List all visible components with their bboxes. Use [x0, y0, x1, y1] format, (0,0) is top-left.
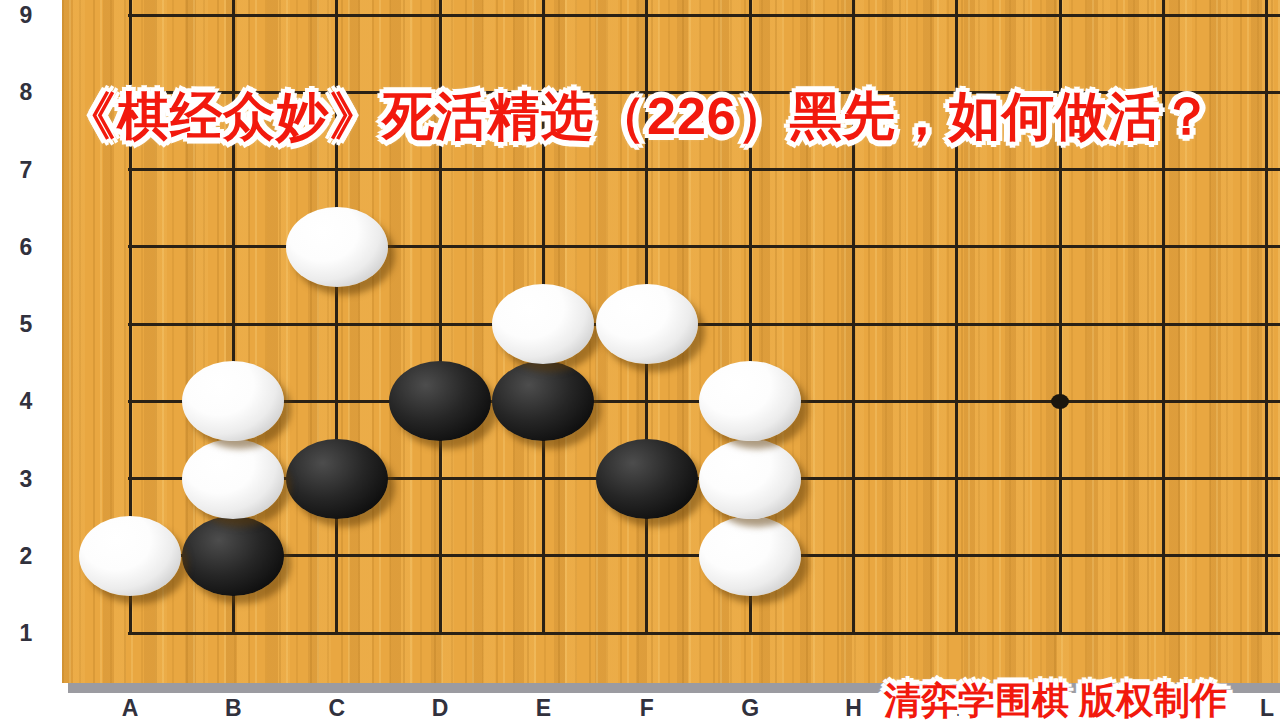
- stone-black-C3: [286, 439, 388, 519]
- row-label-3: 3: [0, 466, 52, 492]
- col-label-D: D: [420, 696, 460, 720]
- col-label-L: L: [1247, 696, 1280, 720]
- col-label-E: E: [523, 696, 563, 720]
- row-label-8: 8: [0, 79, 52, 105]
- grid-line-row-1: [128, 632, 1280, 635]
- video-frame: 987654321ABCDEFGHIJKL 《棋经众妙》死活精选（226）黑先，…: [0, 0, 1280, 720]
- watermark-text: 清弈学围棋 版权制作: [884, 676, 1227, 720]
- col-label-A: A: [110, 696, 150, 720]
- grid-line-row-7: [128, 168, 1280, 171]
- row-label-6: 6: [0, 234, 52, 260]
- title-text: 《棋经众妙》死活精选（226）黑先，如何做活？: [64, 82, 1214, 152]
- stone-white-G4: [699, 361, 801, 441]
- grid-line-row-9: [128, 14, 1280, 17]
- row-label-5: 5: [0, 311, 52, 337]
- row-label-2: 2: [0, 543, 52, 569]
- stone-white-A2: [79, 516, 181, 596]
- stone-white-F5: [596, 284, 698, 364]
- row-label-1: 1: [0, 620, 52, 646]
- stone-white-E5: [492, 284, 594, 364]
- col-label-B: B: [213, 696, 253, 720]
- star-point-J4: [1051, 394, 1069, 409]
- col-label-H: H: [834, 696, 874, 720]
- row-label-4: 4: [0, 388, 52, 414]
- row-label-9: 9: [0, 2, 52, 28]
- stone-black-D4: [389, 361, 491, 441]
- col-label-C: C: [317, 696, 357, 720]
- col-label-F: F: [627, 696, 667, 720]
- stone-white-G3: [699, 439, 801, 519]
- stone-black-F3: [596, 439, 698, 519]
- stone-white-C6: [286, 207, 388, 287]
- stone-white-G2: [699, 516, 801, 596]
- col-label-G: G: [730, 696, 770, 720]
- grid-line-row-5: [128, 323, 1280, 326]
- stone-white-B3: [182, 439, 284, 519]
- stone-white-B4: [182, 361, 284, 441]
- grid-line-col-L: [1265, 0, 1268, 635]
- row-label-7: 7: [0, 157, 52, 183]
- stone-black-B2: [182, 516, 284, 596]
